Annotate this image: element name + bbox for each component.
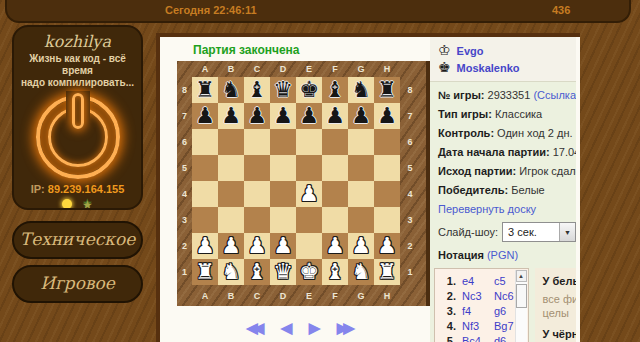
visitor-counter: 436 [552,4,570,16]
board-square[interactable]: ♜ [374,259,400,285]
board-square[interactable] [374,207,400,233]
board-square[interactable]: ♟ [296,181,322,207]
black-pawn: ♟ [351,103,371,129]
black-player-link[interactable]: Moskalenko [457,62,520,74]
ip-address: IP: 89.239.164.155 [14,183,141,195]
board-square[interactable] [348,155,374,181]
rank-label: 7 [177,103,192,129]
board-square[interactable] [270,129,296,155]
top-bar: Сегодня 22:46:11 436 [5,0,631,23]
rank-label: 3 [400,207,420,233]
board-square[interactable]: ♟ [218,103,244,129]
rank-label: 1 [177,259,192,285]
white-knight: ♞ [351,259,371,285]
board-square[interactable]: ♝ [244,77,270,103]
file-label: F [322,61,348,77]
board-square[interactable] [296,233,322,259]
board-square[interactable]: ♟ [192,233,218,259]
board-square[interactable] [218,207,244,233]
file-label: D [270,285,296,306]
board-square[interactable] [322,155,348,181]
outcome-row: Исход партии: Игрок сдался [438,165,576,178]
black-pawn: ♟ [247,103,267,129]
black-pawn: ♟ [377,103,397,129]
white-pawn: ♟ [273,233,293,259]
scroll-up-icon[interactable]: ▲ [516,270,527,282]
board-square[interactable] [348,181,374,207]
black-pawn: ♟ [299,103,319,129]
rank-label: 7 [400,103,420,129]
board-square[interactable]: ♛ [270,259,296,285]
black-rook: ♜ [195,77,215,103]
board-square[interactable]: ♞ [348,77,374,103]
white-king-icon: ♔ [438,43,451,58]
board-square[interactable]: ♟ [244,103,270,129]
file-label: F [322,285,348,306]
board-square[interactable] [374,129,400,155]
lightbulb-icon[interactable] [62,199,72,211]
board-square[interactable] [296,129,322,155]
white-player-link[interactable]: Evgo [457,45,484,57]
board-square[interactable]: ♛ [270,77,296,103]
white-pawn: ♟ [247,233,267,259]
file-label: G [348,285,374,306]
board-corner [400,285,420,306]
white-queen: ♛ [273,259,293,285]
file-label: H [374,61,400,77]
rank-label: 4 [400,181,420,207]
rank-label: 1 [400,259,420,285]
board-square[interactable]: ♚ [296,77,322,103]
file-label: C [244,285,270,306]
board-square[interactable] [270,155,296,181]
black-player-row: ♚ Moskalenko [438,60,568,75]
board-square[interactable] [192,129,218,155]
board-square[interactable] [218,155,244,181]
captured-pieces-box: У белых у все фигуры целы У чёрных все ф… [535,268,576,342]
moves-list: 1.e4c52.Nc3Nc63.f4g64.Nf3Bg75.Bc4d66.O-O… [434,268,529,342]
board-square[interactable]: ♟ [296,103,322,129]
rank-label: 5 [400,155,420,181]
board-square[interactable]: ♟ [192,103,218,129]
white-pawn: ♟ [377,233,397,259]
move-row: 5.Bc4d6 [441,334,514,342]
white-bishop: ♝ [325,259,345,285]
board-square[interactable]: ♞ [218,77,244,103]
pgn-link[interactable]: (PGN) [487,249,518,261]
board-corner [177,61,192,77]
board-square[interactable]: ♟ [270,233,296,259]
content-panel: Партия закончена ABCDEFGH8♜♞♝♛♚♝♞♜87♟♟♟♟… [156,33,580,342]
rank-label: 8 [177,77,192,103]
move-number: 1. [441,274,456,289]
badge-row: ★ [14,198,141,210]
rank-label: 5 [177,155,192,181]
move-number: 5. [441,334,456,342]
board-square[interactable] [192,155,218,181]
white-move[interactable]: Nc3 [462,289,494,304]
black-rook: ♜ [377,77,397,103]
start-date-row: Дата начала партии: 17.04.2012 05:4 [438,146,576,159]
board-square[interactable] [244,207,270,233]
black-move[interactable]: g6 [494,304,506,319]
board-square[interactable]: ♟ [348,103,374,129]
file-label: B [218,285,244,306]
move-number: 3. [441,304,456,319]
black-move[interactable]: c5 [494,274,506,289]
star-badge-icon[interactable]: ★ [82,199,93,211]
current-date-time: Сегодня 22:46:11 [165,4,257,16]
white-rook: ♜ [195,259,215,285]
board-square[interactable] [244,129,270,155]
white-move[interactable]: f4 [462,304,494,319]
white-captured-label: У белых у [543,275,576,287]
white-pawn: ♟ [221,233,241,259]
file-label: D [270,61,296,77]
board-square[interactable]: ♟ [270,103,296,129]
sidebar-button-technical[interactable]: Техническое [12,221,143,259]
board-square[interactable] [244,181,270,207]
white-pawn: ♟ [351,233,371,259]
board-square[interactable] [296,207,322,233]
board-square[interactable] [348,207,374,233]
file-label: A [192,61,218,77]
white-pawn: ♟ [325,233,345,259]
winner-row: Победитель: Белые [438,184,576,197]
board-square[interactable] [374,181,400,207]
black-bishop: ♝ [325,77,345,103]
black-pawn: ♟ [195,103,215,129]
black-knight: ♞ [351,77,371,103]
board-square[interactable] [322,129,348,155]
black-pawn: ♟ [325,103,345,129]
game-details: № игры: 2933351 (Ссылка на игру) Тип игр… [430,82,576,262]
board-square[interactable]: ♟ [244,233,270,259]
black-pawn: ♟ [273,103,293,129]
board-square[interactable]: ♜ [192,77,218,103]
board-column: Партия закончена ABCDEFGH8♜♞♝♛♚♝♞♜87♟♟♟♟… [160,37,430,342]
board-square[interactable] [348,129,374,155]
board-square[interactable]: ♟ [374,233,400,259]
game-info-panel: ♔ Evgo ♚ Moskalenko № игры: 2933351 (Ссы… [430,37,576,342]
notation-bottom-row: 1.e4c52.Nc3Nc63.f4g64.Nf3Bg75.Bc4d66.O-O… [430,268,576,342]
rank-label: 6 [400,129,420,155]
rank-label: 2 [177,233,192,259]
board-square[interactable]: ♟ [348,233,374,259]
white-bishop: ♝ [247,259,267,285]
slideshow-select[interactable]: 3 сек. ▼ [502,222,576,242]
white-king: ♚ [299,259,319,285]
file-label: A [192,285,218,306]
flip-board-link[interactable]: Перевернуть доску [438,203,576,216]
black-pawn: ♟ [221,103,241,129]
black-knight: ♞ [221,77,241,103]
rank-label: 8 [400,77,420,103]
last-move-button[interactable]: ▶▶ [337,319,355,337]
board-square[interactable] [192,207,218,233]
game-number-row: № игры: 2933351 (Ссылка на игру) [438,89,576,102]
file-label: E [296,285,322,306]
move-row: 4.Nf3Bg7 [441,319,514,334]
user-motto: Жизнь как код - всё время надо компилиро… [14,53,141,89]
power-logo-icon [36,95,120,179]
board-corner [400,61,420,77]
white-rook: ♜ [377,259,397,285]
board-square[interactable] [322,181,348,207]
white-move[interactable]: e4 [462,274,494,289]
board-square[interactable]: ♝ [322,77,348,103]
board-square[interactable] [296,155,322,181]
username: kozhilya [14,32,141,51]
first-move-button[interactable]: ◀◀ [246,319,264,337]
move-row: 2.Nc3Nc6 [441,289,514,304]
black-bishop: ♝ [247,77,267,103]
notation-row: Нотация (PGN) [438,249,576,262]
moves-scrollbar[interactable]: ▲ [515,270,527,342]
profile-card: kozhilya Жизнь как код - всё время надо … [12,25,143,210]
board-square[interactable]: ♜ [192,259,218,285]
board-corner [177,285,192,306]
move-number: 4. [441,319,456,334]
white-knight: ♞ [221,259,241,285]
board-square[interactable] [270,207,296,233]
board-square[interactable]: ♟ [218,233,244,259]
game-status: Партия закончена [193,43,430,57]
board-square[interactable]: ♞ [348,259,374,285]
scrollbar-thumb[interactable] [516,284,527,308]
rank-label: 4 [177,181,192,207]
moves-rows: 1.e4c52.Nc3Nc63.f4g64.Nf3Bg75.Bc4d66.O-O… [441,274,514,342]
board-square[interactable]: ♞ [218,259,244,285]
game-type-row: Тип игры: Классика [438,108,576,121]
board-square[interactable] [322,207,348,233]
file-label: H [374,285,400,306]
players-box: ♔ Evgo ♚ Moskalenko [430,37,576,82]
file-label: B [218,61,244,77]
black-captured-label: У чёрных [543,328,576,340]
move-row: 3.f4g6 [441,304,514,319]
white-player-row: ♔ Evgo [438,43,568,58]
black-queen: ♛ [273,77,293,103]
black-king-icon: ♚ [438,60,451,75]
file-label: E [296,61,322,77]
board-square[interactable] [244,155,270,181]
white-pawn: ♟ [299,181,319,207]
board-square[interactable] [270,181,296,207]
black-king: ♚ [299,77,319,103]
file-label: C [244,61,270,77]
black-move[interactable]: Nc6 [494,289,514,304]
board-square[interactable] [192,181,218,207]
file-label: G [348,61,374,77]
move-navigation: ◀◀ ◀ ▶ ▶▶ [177,319,424,337]
prev-move-button[interactable]: ◀ [281,319,293,337]
board-square[interactable]: ♟ [322,233,348,259]
board-square[interactable]: ♜ [374,77,400,103]
chess-board: ABCDEFGH8♜♞♝♛♚♝♞♜87♟♟♟♟♟♟♟♟766554♟4332♟♟… [177,61,430,306]
white-move[interactable]: Bc4 [462,334,494,342]
rank-label: 6 [177,129,192,155]
board-square[interactable]: ♝ [322,259,348,285]
black-move[interactable]: d6 [494,334,506,342]
rank-label: 3 [177,207,192,233]
white-move[interactable]: Nf3 [462,319,494,334]
board-square[interactable]: ♝ [244,259,270,285]
board-square[interactable] [218,129,244,155]
time-control-row: Контроль: Один ход 2 дн. [438,127,576,140]
chevron-down-icon[interactable]: ▼ [559,223,575,241]
move-number: 2. [441,289,456,304]
sidebar-button-game[interactable]: Игровое [12,265,143,303]
board-square[interactable] [374,155,400,181]
white-pawn: ♟ [195,233,215,259]
board-square[interactable]: ♟ [374,103,400,129]
board-square[interactable]: ♚ [296,259,322,285]
move-row: 1.e4c5 [441,274,514,289]
board-square[interactable]: ♟ [322,103,348,129]
black-move[interactable]: Bg7 [494,319,514,334]
slideshow-row: Слайд-шоу: 3 сек. ▼ [438,222,576,242]
rank-label: 2 [400,233,420,259]
next-move-button[interactable]: ▶ [309,319,321,337]
board-square[interactable] [218,181,244,207]
game-link[interactable]: (Ссылка на игру) [533,89,576,101]
